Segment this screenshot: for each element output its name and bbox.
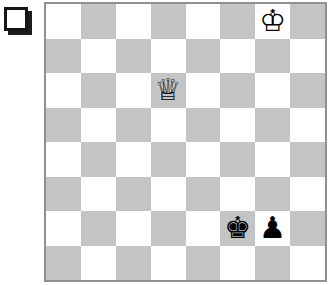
square-c2[interactable]	[116, 211, 151, 246]
square-g3[interactable]	[255, 177, 290, 212]
square-a4[interactable]	[46, 142, 81, 177]
square-a5[interactable]	[46, 108, 81, 143]
square-c8[interactable]	[116, 4, 151, 39]
square-b5[interactable]	[81, 108, 116, 143]
square-f4[interactable]	[220, 142, 255, 177]
square-h4[interactable]	[290, 142, 325, 177]
square-g8[interactable]: ♔	[255, 4, 290, 39]
square-a7[interactable]	[46, 39, 81, 74]
square-c1[interactable]	[116, 246, 151, 281]
square-d6[interactable]: ♕	[151, 73, 186, 108]
square-e5[interactable]	[186, 108, 221, 143]
square-a6[interactable]	[46, 73, 81, 108]
square-b6[interactable]	[81, 73, 116, 108]
square-d7[interactable]	[151, 39, 186, 74]
square-h2[interactable]	[290, 211, 325, 246]
square-b8[interactable]	[81, 4, 116, 39]
white-to-move-indicator	[4, 7, 28, 31]
square-a2[interactable]	[46, 211, 81, 246]
square-g1[interactable]	[255, 246, 290, 281]
square-f1[interactable]	[220, 246, 255, 281]
square-c6[interactable]	[116, 73, 151, 108]
chessboard: ♔♕♚♟	[44, 2, 327, 282]
square-d1[interactable]	[151, 246, 186, 281]
square-d3[interactable]	[151, 177, 186, 212]
square-e4[interactable]	[186, 142, 221, 177]
square-g6[interactable]	[255, 73, 290, 108]
square-h8[interactable]	[290, 4, 325, 39]
square-c5[interactable]	[116, 108, 151, 143]
square-a1[interactable]	[46, 246, 81, 281]
square-h5[interactable]	[290, 108, 325, 143]
square-h6[interactable]	[290, 73, 325, 108]
square-b7[interactable]	[81, 39, 116, 74]
white-queen[interactable]: ♕	[155, 75, 182, 105]
square-g4[interactable]	[255, 142, 290, 177]
square-h7[interactable]	[290, 39, 325, 74]
square-b1[interactable]	[81, 246, 116, 281]
square-c4[interactable]	[116, 142, 151, 177]
square-b2[interactable]	[81, 211, 116, 246]
square-f5[interactable]	[220, 108, 255, 143]
diagram-canvas: ♔♕♚♟	[0, 0, 328, 285]
black-king[interactable]: ♚	[224, 213, 251, 243]
square-c7[interactable]	[116, 39, 151, 74]
square-d5[interactable]	[151, 108, 186, 143]
square-a3[interactable]	[46, 177, 81, 212]
white-king[interactable]: ♔	[259, 6, 286, 36]
square-b4[interactable]	[81, 142, 116, 177]
square-e2[interactable]	[186, 211, 221, 246]
square-e8[interactable]	[186, 4, 221, 39]
square-f3[interactable]	[220, 177, 255, 212]
square-d4[interactable]	[151, 142, 186, 177]
square-f7[interactable]	[220, 39, 255, 74]
black-pawn[interactable]: ♟	[259, 213, 286, 243]
square-b3[interactable]	[81, 177, 116, 212]
square-e7[interactable]	[186, 39, 221, 74]
square-g7[interactable]	[255, 39, 290, 74]
square-h3[interactable]	[290, 177, 325, 212]
square-a8[interactable]	[46, 4, 81, 39]
square-f6[interactable]	[220, 73, 255, 108]
square-g5[interactable]	[255, 108, 290, 143]
square-g2[interactable]: ♟	[255, 211, 290, 246]
square-c3[interactable]	[116, 177, 151, 212]
square-e1[interactable]	[186, 246, 221, 281]
square-d2[interactable]	[151, 211, 186, 246]
square-f2[interactable]: ♚	[220, 211, 255, 246]
square-h1[interactable]	[290, 246, 325, 281]
square-e6[interactable]	[186, 73, 221, 108]
square-e3[interactable]	[186, 177, 221, 212]
square-f8[interactable]	[220, 4, 255, 39]
square-d8[interactable]	[151, 4, 186, 39]
